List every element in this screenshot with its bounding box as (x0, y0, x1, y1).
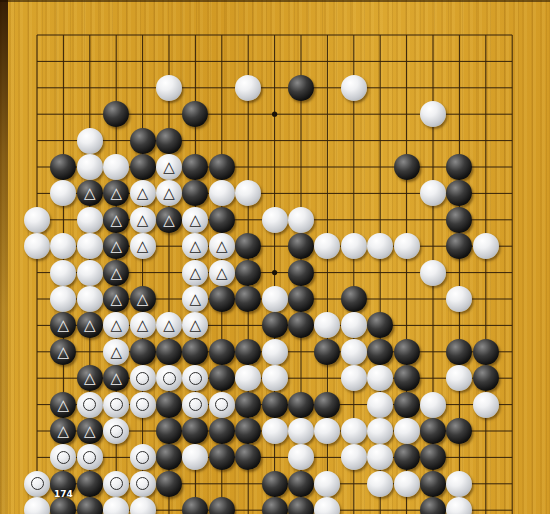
stone-black[interactable]: △ (77, 180, 103, 206)
stone-black[interactable] (209, 154, 235, 180)
circle-mark (136, 451, 149, 464)
stone-black[interactable] (156, 471, 182, 497)
stone-black[interactable]: △ (156, 207, 182, 233)
triangle-mark: △ (163, 207, 175, 233)
stone-black[interactable] (77, 497, 103, 514)
stone-white[interactable] (182, 392, 208, 418)
triangle-mark: △ (58, 392, 70, 418)
triangle-mark: △ (110, 180, 122, 206)
triangle-mark: △ (216, 233, 228, 259)
triangle-mark: △ (190, 207, 202, 233)
circle-mark (189, 398, 202, 411)
stone-white[interactable] (103, 471, 129, 497)
stone-black[interactable]: △ (130, 286, 156, 312)
stone-white[interactable] (103, 418, 129, 444)
stone-white[interactable]: △ (182, 207, 208, 233)
circle-mark (136, 372, 149, 385)
stone-white[interactable] (130, 365, 156, 391)
circle-mark (110, 398, 123, 411)
circle-mark (136, 477, 149, 490)
stone-black[interactable] (50, 471, 76, 497)
stone-black[interactable] (235, 286, 261, 312)
stone-white[interactable] (420, 101, 446, 127)
stone-black[interactable] (288, 75, 314, 101)
stone-white[interactable] (130, 497, 156, 514)
stone-black[interactable] (394, 339, 420, 365)
circle-mark (215, 398, 228, 411)
stone-white[interactable] (130, 444, 156, 470)
stone-black[interactable]: △ (77, 312, 103, 338)
stone-black[interactable] (77, 471, 103, 497)
stone-white[interactable] (262, 418, 288, 444)
stone-black[interactable] (209, 418, 235, 444)
stone-white[interactable] (420, 392, 446, 418)
stone-white[interactable] (50, 260, 76, 286)
triangle-mark: △ (190, 233, 202, 259)
circle-mark (136, 398, 149, 411)
circle-mark (110, 477, 123, 490)
stone-white[interactable] (24, 471, 50, 497)
stone-white[interactable] (130, 471, 156, 497)
stone-black[interactable]: △ (77, 418, 103, 444)
triangle-mark: △ (190, 260, 202, 286)
triangle-mark: △ (110, 286, 122, 312)
stone-black[interactable] (446, 207, 472, 233)
triangle-mark: △ (110, 207, 122, 233)
stone-white[interactable] (394, 418, 420, 444)
stone-black[interactable] (209, 207, 235, 233)
stone-black[interactable] (235, 392, 261, 418)
stone-white[interactable]: △ (209, 233, 235, 259)
stone-white[interactable] (24, 233, 50, 259)
stone-black[interactable] (288, 392, 314, 418)
stone-white[interactable] (77, 207, 103, 233)
stone-white[interactable]: △ (182, 260, 208, 286)
stone-white[interactable] (103, 154, 129, 180)
triangle-mark: △ (216, 260, 228, 286)
stone-white[interactable]: △ (130, 312, 156, 338)
triangle-mark: △ (137, 286, 149, 312)
stone-black[interactable] (262, 497, 288, 514)
stone-black[interactable] (314, 339, 340, 365)
stone-white[interactable] (209, 180, 235, 206)
circle-mark (31, 477, 44, 490)
circle-mark (163, 372, 176, 385)
stone-black[interactable] (156, 339, 182, 365)
stone-black[interactable] (288, 286, 314, 312)
stone-black[interactable] (209, 497, 235, 514)
stone-white[interactable] (341, 312, 367, 338)
circle-mark (83, 398, 96, 411)
circle-mark (57, 451, 70, 464)
stone-white[interactable] (235, 75, 261, 101)
stone-black[interactable] (262, 312, 288, 338)
stone-white[interactable] (262, 286, 288, 312)
stone-white[interactable] (24, 207, 50, 233)
triangle-mark: △ (110, 233, 122, 259)
stone-black[interactable] (473, 339, 499, 365)
stone-white[interactable] (367, 392, 393, 418)
stone-black[interactable] (314, 392, 340, 418)
stone-white[interactable]: △ (130, 207, 156, 233)
stone-black[interactable]: △ (77, 365, 103, 391)
stone-black[interactable]: △ (103, 207, 129, 233)
stone-black[interactable] (182, 339, 208, 365)
stone-black[interactable] (394, 154, 420, 180)
stone-white[interactable] (130, 392, 156, 418)
stone-black[interactable] (446, 339, 472, 365)
triangle-mark: △ (137, 207, 149, 233)
stone-white[interactable] (77, 260, 103, 286)
triangle-mark: △ (84, 180, 96, 206)
stone-black[interactable]: △ (50, 392, 76, 418)
stone-black[interactable] (156, 392, 182, 418)
stone-black[interactable] (288, 471, 314, 497)
stone-white[interactable] (394, 233, 420, 259)
triangle-mark: △ (58, 312, 70, 338)
stone-white[interactable]: △ (156, 154, 182, 180)
stone-white[interactable] (341, 365, 367, 391)
stone-black[interactable] (209, 286, 235, 312)
triangle-mark: △ (137, 180, 149, 206)
stone-white[interactable]: △ (130, 180, 156, 206)
stone-white[interactable] (473, 233, 499, 259)
stone-black[interactable] (130, 154, 156, 180)
triangle-mark: △ (163, 180, 175, 206)
stone-black[interactable] (262, 392, 288, 418)
stone-black[interactable] (130, 128, 156, 154)
stone-white[interactable] (77, 154, 103, 180)
circle-mark (110, 425, 123, 438)
stone-white[interactable] (77, 444, 103, 470)
stone-white[interactable]: △ (209, 260, 235, 286)
triangle-mark: △ (163, 312, 175, 338)
stone-white[interactable] (341, 75, 367, 101)
triangle-mark: △ (163, 154, 175, 180)
stone-black[interactable]: △ (103, 260, 129, 286)
stone-white[interactable] (367, 418, 393, 444)
triangle-mark: △ (137, 312, 149, 338)
stone-black[interactable] (420, 418, 446, 444)
stone-black[interactable] (235, 260, 261, 286)
stone-black[interactable] (394, 444, 420, 470)
triangle-mark: △ (58, 339, 70, 365)
stone-white[interactable]: △ (103, 339, 129, 365)
stone-white[interactable] (262, 339, 288, 365)
stone-black[interactable] (209, 365, 235, 391)
triangle-mark: △ (84, 365, 96, 391)
triangle-mark: △ (110, 260, 122, 286)
stone-black[interactable] (209, 444, 235, 470)
circle-mark (189, 372, 202, 385)
stone-white[interactable] (341, 233, 367, 259)
stone-white[interactable] (156, 75, 182, 101)
triangle-mark: △ (190, 286, 202, 312)
triangle-mark: △ (190, 312, 202, 338)
stone-black[interactable] (235, 339, 261, 365)
stone-white[interactable] (394, 471, 420, 497)
stone-white[interactable] (77, 286, 103, 312)
triangle-mark: △ (110, 312, 122, 338)
stone-white[interactable]: △ (130, 233, 156, 259)
stone-black[interactable] (341, 286, 367, 312)
stone-white[interactable] (367, 471, 393, 497)
stone-white[interactable] (341, 339, 367, 365)
stone-white[interactable] (77, 233, 103, 259)
stone-white[interactable] (341, 418, 367, 444)
triangle-mark: △ (84, 418, 96, 444)
stone-black[interactable] (209, 339, 235, 365)
triangle-mark: △ (110, 365, 122, 391)
stone-black[interactable] (262, 471, 288, 497)
circle-mark (83, 451, 96, 464)
stone-black[interactable] (156, 128, 182, 154)
stone-white[interactable] (288, 418, 314, 444)
triangle-mark: △ (137, 233, 149, 259)
stone-white[interactable] (262, 207, 288, 233)
stone-white[interactable] (156, 365, 182, 391)
stone-white[interactable] (341, 444, 367, 470)
stone-white[interactable] (209, 392, 235, 418)
stone-white[interactable] (314, 471, 340, 497)
stone-black[interactable] (394, 392, 420, 418)
triangle-mark: △ (84, 312, 96, 338)
stone-black[interactable]: △ (50, 339, 76, 365)
stone-black[interactable] (420, 471, 446, 497)
stone-black[interactable] (288, 233, 314, 259)
stone-white[interactable] (262, 365, 288, 391)
stone-black[interactable] (156, 418, 182, 444)
stone-white[interactable] (473, 392, 499, 418)
triangle-mark: △ (58, 418, 70, 444)
stone-black[interactable]: △ (103, 286, 129, 312)
stone-white[interactable] (288, 207, 314, 233)
stone-black[interactable] (367, 339, 393, 365)
stone-black[interactable] (235, 418, 261, 444)
stone-black[interactable] (473, 365, 499, 391)
stone-white[interactable] (103, 392, 129, 418)
stone-black[interactable] (130, 339, 156, 365)
stone-white[interactable] (77, 392, 103, 418)
stone-black[interactable] (394, 365, 420, 391)
stone-black[interactable] (288, 260, 314, 286)
stone-white[interactable] (77, 128, 103, 154)
stone-white[interactable] (446, 471, 472, 497)
stone-white[interactable] (420, 260, 446, 286)
triangle-mark: △ (110, 339, 122, 365)
go-board[interactable]: △△△△△△△△△△△△△△△△△△△△△△△△△△△△△△△△ 174 (0, 0, 550, 514)
